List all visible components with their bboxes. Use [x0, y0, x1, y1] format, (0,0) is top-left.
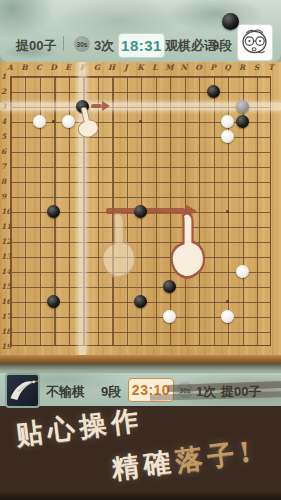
pointing-hand-icon [169, 213, 205, 285]
top-byoyomi-count: 3次 [94, 37, 114, 55]
divider [63, 36, 64, 51]
white-stone-M17[interactable] [163, 310, 176, 323]
white-stone-Q5[interactable] [221, 130, 234, 143]
banner-line2-gold: 落子! [174, 435, 258, 476]
top-captures-label: 提00子 [16, 37, 56, 55]
gray-stone-R3[interactable] [236, 100, 249, 113]
byoyomi-30s-icon: 30s [74, 36, 90, 52]
banner-line2-white: 精確 [110, 445, 177, 484]
board-shadow [0, 364, 281, 371]
crane-icon [7, 375, 38, 406]
bottom-player-avatar[interactable] [5, 373, 40, 408]
white-stone-Q17[interactable] [221, 310, 234, 323]
top-player-avatar[interactable] [237, 24, 273, 61]
doodle-face-icon [238, 25, 271, 59]
app-screen: 提00子 30s 3次 18:31 观棋必语 9段 ABCDEFGHJKLMNO… [0, 0, 281, 500]
black-stone-R4[interactable] [236, 115, 249, 128]
white-stone-E4[interactable] [62, 115, 75, 128]
pointing-hand-icon [100, 213, 136, 285]
black-stone-D16[interactable] [47, 295, 60, 308]
black-stone-P2[interactable] [207, 85, 220, 98]
white-stone-R14[interactable] [236, 265, 249, 278]
black-stone-D10[interactable] [47, 205, 60, 218]
star-point-K4 [139, 120, 142, 123]
white-stone-Q4[interactable] [221, 115, 234, 128]
bottom-player-name: 不输棋 [46, 383, 85, 401]
go-board[interactable]: ABCDEFGHJKLMNOPQRST123456789101112131415… [0, 62, 281, 368]
black-stone-K16[interactable] [134, 295, 147, 308]
top-player-rank: 9段 [212, 37, 232, 55]
stones-grid [3, 69, 279, 354]
star-point-Q16 [226, 300, 229, 303]
star-point-D4 [52, 120, 55, 123]
top-player-name: 观棋必语 [165, 37, 217, 55]
bottom-player-rank: 9段 [101, 383, 121, 401]
white-stone-C4[interactable] [33, 115, 46, 128]
black-stone-badge-icon [222, 13, 239, 30]
star-point-Q10 [226, 210, 229, 213]
top-timer: 18:31 [118, 33, 165, 58]
board-edge [0, 355, 281, 364]
